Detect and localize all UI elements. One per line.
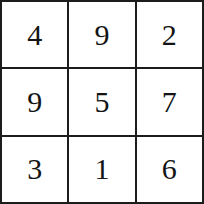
cell-r1c3: 2	[137, 2, 202, 67]
cell-r2c3: 7	[137, 69, 202, 134]
cell-r1c1: 4	[2, 2, 67, 67]
cell-r2c2: 5	[69, 69, 134, 134]
cell-r2c1: 9	[2, 69, 67, 134]
cell-r3c1: 3	[2, 137, 67, 202]
board-grid: 4 9 2 9 5 7 3 1 6	[0, 0, 204, 204]
cell-r3c2: 1	[69, 137, 134, 202]
cell-r1c2: 9	[69, 2, 134, 67]
cell-r3c3: 6	[137, 137, 202, 202]
